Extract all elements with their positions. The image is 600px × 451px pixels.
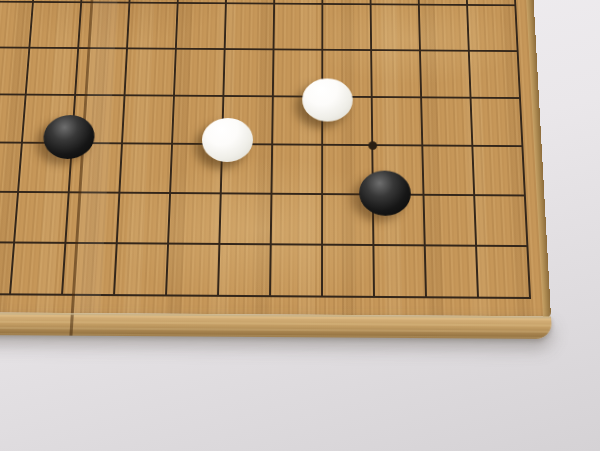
star-point-Q4 — [368, 141, 377, 149]
white-stone-P5 — [302, 78, 353, 121]
black-stone-Q3 — [358, 170, 410, 215]
go-board — [0, 0, 543, 316]
photo-background — [0, 0, 600, 451]
board-bottom-edge — [0, 309, 552, 339]
white-stone-N4 — [201, 117, 253, 161]
